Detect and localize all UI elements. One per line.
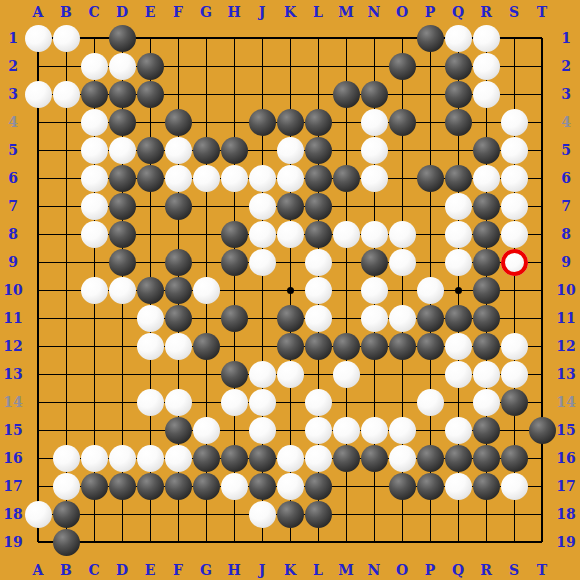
intersection-Q8[interactable] — [444, 220, 472, 248]
intersection-M12[interactable] — [332, 332, 360, 360]
intersection-L19[interactable] — [304, 528, 332, 556]
intersection-G9[interactable] — [192, 248, 220, 276]
intersection-P10[interactable] — [416, 276, 444, 304]
intersection-K10[interactable] — [276, 276, 304, 304]
intersection-M18[interactable] — [332, 500, 360, 528]
intersection-R12[interactable] — [472, 332, 500, 360]
intersection-G18[interactable] — [192, 500, 220, 528]
intersection-B11[interactable] — [52, 304, 80, 332]
intersection-P1[interactable] — [416, 24, 444, 52]
intersection-T16[interactable] — [528, 444, 556, 472]
intersection-R13[interactable] — [472, 360, 500, 388]
intersection-E9[interactable] — [136, 248, 164, 276]
intersection-K14[interactable] — [276, 388, 304, 416]
intersection-Q17[interactable] — [444, 472, 472, 500]
intersection-F14[interactable] — [164, 388, 192, 416]
intersection-O17[interactable] — [388, 472, 416, 500]
intersection-N16[interactable] — [360, 444, 388, 472]
intersection-T18[interactable] — [528, 500, 556, 528]
intersection-N11[interactable] — [360, 304, 388, 332]
intersection-B13[interactable] — [52, 360, 80, 388]
intersection-L17[interactable] — [304, 472, 332, 500]
intersection-T17[interactable] — [528, 472, 556, 500]
intersection-S8[interactable] — [500, 220, 528, 248]
intersection-M6[interactable] — [332, 164, 360, 192]
intersection-R11[interactable] — [472, 304, 500, 332]
intersection-D18[interactable] — [108, 500, 136, 528]
intersection-H12[interactable] — [220, 332, 248, 360]
intersection-K1[interactable] — [276, 24, 304, 52]
intersection-C4[interactable] — [80, 108, 108, 136]
intersection-F5[interactable] — [164, 136, 192, 164]
intersection-P14[interactable] — [416, 388, 444, 416]
intersection-N3[interactable] — [360, 80, 388, 108]
intersection-R19[interactable] — [472, 528, 500, 556]
intersection-T12[interactable] — [528, 332, 556, 360]
intersection-L2[interactable] — [304, 52, 332, 80]
intersection-M8[interactable] — [332, 220, 360, 248]
intersection-T2[interactable] — [528, 52, 556, 80]
intersection-N1[interactable] — [360, 24, 388, 52]
intersection-L9[interactable] — [304, 248, 332, 276]
intersection-P5[interactable] — [416, 136, 444, 164]
intersection-K18[interactable] — [276, 500, 304, 528]
intersection-S5[interactable] — [500, 136, 528, 164]
intersection-S17[interactable] — [500, 472, 528, 500]
intersection-C11[interactable] — [80, 304, 108, 332]
intersection-A16[interactable] — [24, 444, 52, 472]
intersection-P7[interactable] — [416, 192, 444, 220]
intersection-M1[interactable] — [332, 24, 360, 52]
intersection-T9[interactable] — [528, 248, 556, 276]
intersection-G19[interactable] — [192, 528, 220, 556]
intersection-J6[interactable] — [248, 164, 276, 192]
intersection-E17[interactable] — [136, 472, 164, 500]
intersection-L6[interactable] — [304, 164, 332, 192]
intersection-M4[interactable] — [332, 108, 360, 136]
intersection-G2[interactable] — [192, 52, 220, 80]
intersection-M10[interactable] — [332, 276, 360, 304]
intersection-D7[interactable] — [108, 192, 136, 220]
intersection-F4[interactable] — [164, 108, 192, 136]
intersection-E1[interactable] — [136, 24, 164, 52]
intersection-K2[interactable] — [276, 52, 304, 80]
intersection-E8[interactable] — [136, 220, 164, 248]
intersection-R16[interactable] — [472, 444, 500, 472]
intersection-P12[interactable] — [416, 332, 444, 360]
intersection-B4[interactable] — [52, 108, 80, 136]
intersection-J3[interactable] — [248, 80, 276, 108]
intersection-R5[interactable] — [472, 136, 500, 164]
intersection-R18[interactable] — [472, 500, 500, 528]
intersection-P9[interactable] — [416, 248, 444, 276]
intersection-C1[interactable] — [80, 24, 108, 52]
intersection-S7[interactable] — [500, 192, 528, 220]
intersection-N15[interactable] — [360, 416, 388, 444]
intersection-S9[interactable] — [500, 248, 528, 276]
intersection-Q11[interactable] — [444, 304, 472, 332]
intersection-M3[interactable] — [332, 80, 360, 108]
intersection-M9[interactable] — [332, 248, 360, 276]
intersection-O18[interactable] — [388, 500, 416, 528]
intersection-E16[interactable] — [136, 444, 164, 472]
intersection-B19[interactable] — [52, 528, 80, 556]
intersection-N4[interactable] — [360, 108, 388, 136]
intersection-M19[interactable] — [332, 528, 360, 556]
intersection-G13[interactable] — [192, 360, 220, 388]
intersection-K11[interactable] — [276, 304, 304, 332]
intersection-S18[interactable] — [500, 500, 528, 528]
intersection-A4[interactable] — [24, 108, 52, 136]
intersection-Q5[interactable] — [444, 136, 472, 164]
intersection-O2[interactable] — [388, 52, 416, 80]
intersection-F16[interactable] — [164, 444, 192, 472]
intersection-O15[interactable] — [388, 416, 416, 444]
intersection-P15[interactable] — [416, 416, 444, 444]
intersection-H14[interactable] — [220, 388, 248, 416]
intersection-S1[interactable] — [500, 24, 528, 52]
intersection-H5[interactable] — [220, 136, 248, 164]
intersection-S11[interactable] — [500, 304, 528, 332]
intersection-J5[interactable] — [248, 136, 276, 164]
intersection-M5[interactable] — [332, 136, 360, 164]
intersection-G17[interactable] — [192, 472, 220, 500]
intersection-Q19[interactable] — [444, 528, 472, 556]
intersection-A14[interactable] — [24, 388, 52, 416]
intersection-H4[interactable] — [220, 108, 248, 136]
intersection-T19[interactable] — [528, 528, 556, 556]
intersection-N18[interactable] — [360, 500, 388, 528]
intersection-B5[interactable] — [52, 136, 80, 164]
intersection-A9[interactable] — [24, 248, 52, 276]
intersection-M13[interactable] — [332, 360, 360, 388]
intersection-H15[interactable] — [220, 416, 248, 444]
intersection-R8[interactable] — [472, 220, 500, 248]
intersection-B18[interactable] — [52, 500, 80, 528]
intersection-B2[interactable] — [52, 52, 80, 80]
intersection-E5[interactable] — [136, 136, 164, 164]
intersection-Q6[interactable] — [444, 164, 472, 192]
intersection-M7[interactable] — [332, 192, 360, 220]
intersection-D6[interactable] — [108, 164, 136, 192]
intersection-H2[interactable] — [220, 52, 248, 80]
intersection-S3[interactable] — [500, 80, 528, 108]
intersection-T4[interactable] — [528, 108, 556, 136]
intersection-T11[interactable] — [528, 304, 556, 332]
intersection-P4[interactable] — [416, 108, 444, 136]
intersection-C3[interactable] — [80, 80, 108, 108]
intersection-S2[interactable] — [500, 52, 528, 80]
intersection-K8[interactable] — [276, 220, 304, 248]
intersection-L3[interactable] — [304, 80, 332, 108]
intersection-T6[interactable] — [528, 164, 556, 192]
intersection-M11[interactable] — [332, 304, 360, 332]
intersection-C18[interactable] — [80, 500, 108, 528]
intersection-J1[interactable] — [248, 24, 276, 52]
intersection-N12[interactable] — [360, 332, 388, 360]
intersection-T15[interactable] — [528, 416, 556, 444]
intersection-Q3[interactable] — [444, 80, 472, 108]
intersection-B15[interactable] — [52, 416, 80, 444]
intersection-A7[interactable] — [24, 192, 52, 220]
intersection-S10[interactable] — [500, 276, 528, 304]
intersection-E13[interactable] — [136, 360, 164, 388]
intersection-D10[interactable] — [108, 276, 136, 304]
intersection-M2[interactable] — [332, 52, 360, 80]
intersection-F12[interactable] — [164, 332, 192, 360]
intersection-N19[interactable] — [360, 528, 388, 556]
intersection-G7[interactable] — [192, 192, 220, 220]
intersection-K15[interactable] — [276, 416, 304, 444]
intersection-B7[interactable] — [52, 192, 80, 220]
intersection-E18[interactable] — [136, 500, 164, 528]
intersection-B1[interactable] — [52, 24, 80, 52]
intersection-O1[interactable] — [388, 24, 416, 52]
intersection-C8[interactable] — [80, 220, 108, 248]
intersection-G4[interactable] — [192, 108, 220, 136]
intersection-Q18[interactable] — [444, 500, 472, 528]
intersection-O12[interactable] — [388, 332, 416, 360]
intersection-Q2[interactable] — [444, 52, 472, 80]
intersection-L16[interactable] — [304, 444, 332, 472]
intersection-D13[interactable] — [108, 360, 136, 388]
intersection-L13[interactable] — [304, 360, 332, 388]
intersection-G11[interactable] — [192, 304, 220, 332]
intersection-O4[interactable] — [388, 108, 416, 136]
intersection-O16[interactable] — [388, 444, 416, 472]
intersection-R7[interactable] — [472, 192, 500, 220]
intersection-L10[interactable] — [304, 276, 332, 304]
intersection-T8[interactable] — [528, 220, 556, 248]
intersection-N13[interactable] — [360, 360, 388, 388]
intersection-J4[interactable] — [248, 108, 276, 136]
intersection-M14[interactable] — [332, 388, 360, 416]
intersection-C16[interactable] — [80, 444, 108, 472]
intersection-G1[interactable] — [192, 24, 220, 52]
intersection-S4[interactable] — [500, 108, 528, 136]
intersection-H9[interactable] — [220, 248, 248, 276]
intersection-G6[interactable] — [192, 164, 220, 192]
intersection-J7[interactable] — [248, 192, 276, 220]
intersection-L14[interactable] — [304, 388, 332, 416]
intersection-R15[interactable] — [472, 416, 500, 444]
intersection-N2[interactable] — [360, 52, 388, 80]
intersection-F17[interactable] — [164, 472, 192, 500]
intersection-G16[interactable] — [192, 444, 220, 472]
intersection-E11[interactable] — [136, 304, 164, 332]
intersection-G5[interactable] — [192, 136, 220, 164]
intersection-R9[interactable] — [472, 248, 500, 276]
intersection-A2[interactable] — [24, 52, 52, 80]
intersection-J8[interactable] — [248, 220, 276, 248]
intersection-L8[interactable] — [304, 220, 332, 248]
intersection-T1[interactable] — [528, 24, 556, 52]
intersection-J11[interactable] — [248, 304, 276, 332]
intersection-B10[interactable] — [52, 276, 80, 304]
intersection-R4[interactable] — [472, 108, 500, 136]
intersection-D3[interactable] — [108, 80, 136, 108]
intersection-L11[interactable] — [304, 304, 332, 332]
intersection-F9[interactable] — [164, 248, 192, 276]
intersection-D9[interactable] — [108, 248, 136, 276]
intersection-F18[interactable] — [164, 500, 192, 528]
intersection-C15[interactable] — [80, 416, 108, 444]
intersection-D12[interactable] — [108, 332, 136, 360]
intersection-D16[interactable] — [108, 444, 136, 472]
intersection-S15[interactable] — [500, 416, 528, 444]
intersection-E7[interactable] — [136, 192, 164, 220]
intersection-P8[interactable] — [416, 220, 444, 248]
intersection-A17[interactable] — [24, 472, 52, 500]
intersection-T7[interactable] — [528, 192, 556, 220]
intersection-K12[interactable] — [276, 332, 304, 360]
intersection-E19[interactable] — [136, 528, 164, 556]
intersection-K5[interactable] — [276, 136, 304, 164]
intersection-M16[interactable] — [332, 444, 360, 472]
intersection-J18[interactable] — [248, 500, 276, 528]
intersection-F2[interactable] — [164, 52, 192, 80]
intersection-P11[interactable] — [416, 304, 444, 332]
intersection-A10[interactable] — [24, 276, 52, 304]
intersection-C12[interactable] — [80, 332, 108, 360]
intersection-R2[interactable] — [472, 52, 500, 80]
intersection-D2[interactable] — [108, 52, 136, 80]
intersection-H1[interactable] — [220, 24, 248, 52]
intersection-H17[interactable] — [220, 472, 248, 500]
intersection-K7[interactable] — [276, 192, 304, 220]
intersection-P3[interactable] — [416, 80, 444, 108]
intersection-K19[interactable] — [276, 528, 304, 556]
intersection-G3[interactable] — [192, 80, 220, 108]
intersection-B14[interactable] — [52, 388, 80, 416]
intersection-A15[interactable] — [24, 416, 52, 444]
intersection-C5[interactable] — [80, 136, 108, 164]
intersection-D11[interactable] — [108, 304, 136, 332]
intersection-J16[interactable] — [248, 444, 276, 472]
intersection-A12[interactable] — [24, 332, 52, 360]
intersection-O9[interactable] — [388, 248, 416, 276]
intersection-A6[interactable] — [24, 164, 52, 192]
intersection-O19[interactable] — [388, 528, 416, 556]
intersection-R6[interactable] — [472, 164, 500, 192]
intersection-O7[interactable] — [388, 192, 416, 220]
intersection-D15[interactable] — [108, 416, 136, 444]
intersection-B9[interactable] — [52, 248, 80, 276]
intersection-N9[interactable] — [360, 248, 388, 276]
intersection-T13[interactable] — [528, 360, 556, 388]
intersection-G15[interactable] — [192, 416, 220, 444]
intersection-B6[interactable] — [52, 164, 80, 192]
intersection-N6[interactable] — [360, 164, 388, 192]
intersection-O11[interactable] — [388, 304, 416, 332]
intersection-K4[interactable] — [276, 108, 304, 136]
intersection-N7[interactable] — [360, 192, 388, 220]
intersection-J15[interactable] — [248, 416, 276, 444]
intersection-A5[interactable] — [24, 136, 52, 164]
intersection-O14[interactable] — [388, 388, 416, 416]
intersection-L15[interactable] — [304, 416, 332, 444]
intersection-Q4[interactable] — [444, 108, 472, 136]
intersection-M15[interactable] — [332, 416, 360, 444]
intersection-N5[interactable] — [360, 136, 388, 164]
intersection-L5[interactable] — [304, 136, 332, 164]
intersection-N14[interactable] — [360, 388, 388, 416]
intersection-A8[interactable] — [24, 220, 52, 248]
intersection-D1[interactable] — [108, 24, 136, 52]
intersection-S12[interactable] — [500, 332, 528, 360]
intersection-O8[interactable] — [388, 220, 416, 248]
intersection-B12[interactable] — [52, 332, 80, 360]
intersection-R17[interactable] — [472, 472, 500, 500]
intersection-F13[interactable] — [164, 360, 192, 388]
intersection-T3[interactable] — [528, 80, 556, 108]
intersection-E15[interactable] — [136, 416, 164, 444]
intersection-N17[interactable] — [360, 472, 388, 500]
intersection-A3[interactable] — [24, 80, 52, 108]
intersection-Q10[interactable] — [444, 276, 472, 304]
intersection-P16[interactable] — [416, 444, 444, 472]
intersection-A1[interactable] — [24, 24, 52, 52]
intersection-J9[interactable] — [248, 248, 276, 276]
intersection-J2[interactable] — [248, 52, 276, 80]
intersection-H3[interactable] — [220, 80, 248, 108]
intersection-Q9[interactable] — [444, 248, 472, 276]
intersection-Q13[interactable] — [444, 360, 472, 388]
intersection-G14[interactable] — [192, 388, 220, 416]
intersection-L7[interactable] — [304, 192, 332, 220]
intersection-Q1[interactable] — [444, 24, 472, 52]
intersection-L12[interactable] — [304, 332, 332, 360]
intersection-D14[interactable] — [108, 388, 136, 416]
intersection-P6[interactable] — [416, 164, 444, 192]
intersection-J17[interactable] — [248, 472, 276, 500]
intersection-J19[interactable] — [248, 528, 276, 556]
intersection-P2[interactable] — [416, 52, 444, 80]
intersection-F15[interactable] — [164, 416, 192, 444]
intersection-E2[interactable] — [136, 52, 164, 80]
intersection-E6[interactable] — [136, 164, 164, 192]
intersection-S14[interactable] — [500, 388, 528, 416]
intersection-R1[interactable] — [472, 24, 500, 52]
intersection-H10[interactable] — [220, 276, 248, 304]
intersection-C13[interactable] — [80, 360, 108, 388]
intersection-D17[interactable] — [108, 472, 136, 500]
intersection-C14[interactable] — [80, 388, 108, 416]
intersection-P13[interactable] — [416, 360, 444, 388]
intersection-O10[interactable] — [388, 276, 416, 304]
intersection-J12[interactable] — [248, 332, 276, 360]
intersection-Q7[interactable] — [444, 192, 472, 220]
intersection-H8[interactable] — [220, 220, 248, 248]
intersection-D4[interactable] — [108, 108, 136, 136]
intersection-K13[interactable] — [276, 360, 304, 388]
intersection-B8[interactable] — [52, 220, 80, 248]
intersection-E10[interactable] — [136, 276, 164, 304]
intersection-H16[interactable] — [220, 444, 248, 472]
intersection-J14[interactable] — [248, 388, 276, 416]
intersection-K3[interactable] — [276, 80, 304, 108]
intersection-B16[interactable] — [52, 444, 80, 472]
intersection-G10[interactable] — [192, 276, 220, 304]
intersection-B17[interactable] — [52, 472, 80, 500]
intersection-R3[interactable] — [472, 80, 500, 108]
intersection-O3[interactable] — [388, 80, 416, 108]
intersection-F3[interactable] — [164, 80, 192, 108]
intersection-E14[interactable] — [136, 388, 164, 416]
intersection-P17[interactable] — [416, 472, 444, 500]
intersection-J13[interactable] — [248, 360, 276, 388]
intersection-O6[interactable] — [388, 164, 416, 192]
